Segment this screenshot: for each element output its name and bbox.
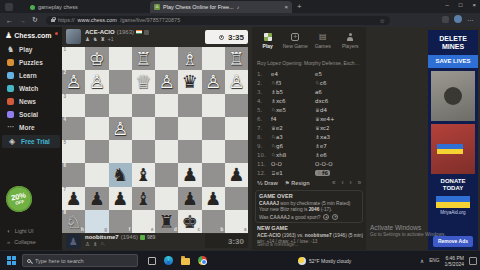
game-over-box: GAME OVER CAAAAJ won by checkmate (5 min… xyxy=(255,190,363,223)
ad-save-lives: SAVE LIVES xyxy=(428,55,478,68)
top-player-badge-icon xyxy=(144,30,149,35)
start-button[interactable] xyxy=(0,256,22,265)
white-move[interactable]: ♕e2 xyxy=(271,125,315,131)
square-b3[interactable] xyxy=(202,94,225,117)
panel-tab-label: Play xyxy=(263,43,273,49)
square-a2[interactable]: ♙ xyxy=(225,70,248,93)
panel-tab-new-game[interactable]: +New Game xyxy=(282,33,310,49)
file-explorer-icon[interactable] xyxy=(181,258,190,265)
ad-org-name: MriyaAid.org xyxy=(428,210,478,215)
square-g2[interactable]: ♙ xyxy=(85,70,108,93)
play-icon xyxy=(264,33,272,41)
browser-tab-bar: gameplay chess ♙ Play Chess Online for F… xyxy=(0,0,480,13)
black-clock: 3:30 xyxy=(205,234,248,248)
black-move[interactable]: dxc6 xyxy=(315,98,359,104)
weather-widget[interactable]: 52°F Mostly cloudy xyxy=(298,257,351,265)
black-piece-a6[interactable]: ♟ xyxy=(225,163,248,186)
square-c7[interactable]: ♟ xyxy=(178,187,201,210)
white-move[interactable]: ♘xh8 xyxy=(271,152,315,158)
black-piece-c7[interactable]: ♟ xyxy=(178,187,201,210)
white-piece-d2[interactable]: ♙ xyxy=(155,70,178,93)
browser-profile-avatar[interactable] xyxy=(454,15,462,23)
move-number: 12. xyxy=(257,170,271,176)
square-d7[interactable] xyxy=(155,187,178,210)
black-move[interactable]: ♗e6 xyxy=(315,152,359,158)
move-row: 8.♘a3♗xa3 xyxy=(257,132,363,141)
black-move[interactable]: ♗xa3 xyxy=(315,134,359,140)
move-row: 9.♘g6♗e7 xyxy=(257,141,363,150)
square-f6[interactable]: ♞ xyxy=(109,163,132,186)
square-a8[interactable]: a xyxy=(225,210,248,233)
rank-label: 3 xyxy=(64,95,67,100)
file-label: g xyxy=(104,228,107,233)
back-button[interactable]: ← xyxy=(6,17,13,24)
square-g5[interactable] xyxy=(85,140,108,163)
square-g4[interactable] xyxy=(85,117,108,140)
black-piece-g7[interactable]: ♟ xyxy=(85,187,108,210)
file-label: e xyxy=(151,228,154,233)
black-piece-d8[interactable]: ♜ xyxy=(155,210,178,233)
resign-button[interactable]: ⚑ Resign xyxy=(285,180,310,186)
sidebar-item-social[interactable]: Social xyxy=(0,108,62,121)
panel-tab-players[interactable]: Players xyxy=(337,33,365,49)
tray-chevron-icon[interactable]: ∧ xyxy=(420,258,424,264)
ad-donate-1: DONATE xyxy=(441,178,466,184)
tab-search-icon[interactable] xyxy=(5,3,13,11)
search-icon xyxy=(27,259,31,263)
sidebar-item-collapse[interactable]: « Collapse xyxy=(7,239,36,245)
browser-toolbar: ← → ↻ https://www.chess.com/game/live/97… xyxy=(0,13,480,27)
top-player-row: ACE-ACIO (1963) ♟ ♞ ♜ +1 xyxy=(66,29,149,44)
social-icon xyxy=(7,111,14,118)
black-move[interactable]: ♘f6 xyxy=(315,170,359,176)
chesscom-logo[interactable]: ♟ Chess.com xyxy=(0,27,62,43)
white-piece-e2[interactable]: ♕ xyxy=(132,70,155,93)
top-player-rating: (1963) xyxy=(117,29,134,35)
forward-button[interactable]: → xyxy=(19,17,26,24)
square-d1[interactable] xyxy=(155,47,178,70)
black-piece-e7[interactable]: ♝ xyxy=(132,187,155,210)
move-number: 3. xyxy=(257,89,271,95)
window-minimize-button[interactable]: – xyxy=(446,2,449,8)
black-move[interactable]: e5 xyxy=(315,71,359,77)
new-game-title: NEW GAME xyxy=(257,225,363,231)
collapse-label: Collapse xyxy=(14,239,35,245)
browser-tab-2-active[interactable]: ♙ Play Chess Online for Free... ♪ × xyxy=(150,1,292,13)
bottom-player-rating: (1946) xyxy=(121,234,138,240)
url-path: /game/live/97857720875 xyxy=(120,17,180,23)
white-move[interactable]: ♖e1 xyxy=(271,170,315,176)
sidebar-item-free-trial[interactable]: ◈ Free Trial xyxy=(2,135,60,148)
square-b8[interactable]: b xyxy=(202,210,225,233)
matchup-line: ACE-ACIO (1963) vs. noobitsme7 (1946) (5… xyxy=(257,233,363,238)
black-move[interactable]: ♕xe4+ xyxy=(315,116,359,122)
white-piece-a1[interactable]: ♖ xyxy=(225,47,248,70)
logo-pawn-icon: ♟ xyxy=(5,31,12,40)
move-number: 8. xyxy=(257,134,271,140)
sidebar-item-play[interactable]: ♞Play xyxy=(0,43,62,56)
browser-menu-icon[interactable]: ⋯ xyxy=(467,16,474,23)
file-label: f xyxy=(129,228,131,233)
tab-close-icon[interactable]: × xyxy=(284,4,288,10)
light-ui-label: Light UI xyxy=(15,228,34,234)
sidebar-item-label: More xyxy=(19,124,35,131)
square-d5[interactable] xyxy=(155,140,178,163)
black-move[interactable]: ♘c6 xyxy=(315,80,359,86)
new-tab-button[interactable]: + xyxy=(297,3,302,11)
square-g3[interactable] xyxy=(85,94,108,117)
game-over-result: CAAAAJ won by checkmate (5 min Rated) xyxy=(259,201,359,206)
square-e2[interactable]: ♕ xyxy=(132,70,155,93)
white-move[interactable]: O-O xyxy=(271,161,315,167)
trial-icon: ◈ xyxy=(9,138,16,145)
black-piece-f6[interactable]: ♞ xyxy=(109,163,132,186)
square-b1[interactable] xyxy=(202,47,225,70)
chesscom-favicon: ♙ xyxy=(154,4,160,10)
panel-tab-label: Games xyxy=(315,43,331,49)
sidebar-item-label: Play xyxy=(19,46,32,53)
bottom-captured-pieces: ♙ ♗ ♘ xyxy=(85,241,106,247)
move-number: 7. xyxy=(257,125,271,131)
rank-label: 1 xyxy=(64,48,67,53)
free-trial-label: Free Trial xyxy=(21,138,50,145)
square-h6[interactable]: 6 xyxy=(62,163,85,186)
watch-icon xyxy=(7,85,14,92)
square-b7[interactable]: ♟ xyxy=(202,187,225,210)
language-indicator[interactable]: ENG xyxy=(429,258,439,263)
black-piece-e6[interactable]: ♝ xyxy=(132,163,155,186)
square-h2[interactable]: 2♙ xyxy=(62,70,85,93)
square-c4[interactable] xyxy=(178,117,201,140)
black-piece-h7[interactable]: ♟ xyxy=(62,187,85,210)
white-move[interactable]: ♗b5 xyxy=(271,89,315,95)
play-icon: ♞ xyxy=(7,46,14,53)
black-clock-time: 3:30 xyxy=(228,237,244,246)
move-row: 4.♗xc6dxc6 xyxy=(257,96,363,105)
move-row: 3.♗b5a6 xyxy=(257,87,363,96)
white-move[interactable]: ♘a3 xyxy=(271,134,315,140)
white-piece-h8[interactable]: ♘ xyxy=(62,210,85,233)
chat-input[interactable]: Send a message... xyxy=(257,241,363,247)
opening-name: Ruy López Opening: Morphy Defense, Excha… xyxy=(257,60,362,66)
edge-icon[interactable] xyxy=(164,256,173,265)
white-piece-g2[interactable]: ♙ xyxy=(85,70,108,93)
new-rating-line: Your new Blitz rating is 2046 (-17). xyxy=(259,207,359,212)
file-label: b xyxy=(221,228,224,233)
panel-tab-label: New Game xyxy=(283,43,308,49)
address-bar[interactable]: https://www.chess.com/game/live/97857720… xyxy=(46,16,390,26)
move-number: 11. xyxy=(257,161,271,167)
square-d2[interactable]: ♙ xyxy=(155,70,178,93)
white-move[interactable]: e4 xyxy=(271,71,315,77)
square-f8[interactable]: f xyxy=(109,210,132,233)
square-h3[interactable]: 3 xyxy=(62,94,85,117)
move-number: 5. xyxy=(257,107,271,113)
sidebar-item-light-ui[interactable]: ◐ Light UI xyxy=(7,228,34,234)
white-piece-g1[interactable]: ♔ xyxy=(85,47,108,70)
white-piece-a2[interactable]: ♙ xyxy=(225,70,248,93)
thumbs-down-icon[interactable]: ▼ xyxy=(332,214,338,220)
search-placeholder: Type here to search xyxy=(35,258,84,264)
black-piece-c8[interactable]: ♚ xyxy=(178,210,201,233)
windows-logo-icon xyxy=(7,256,16,265)
square-e4[interactable] xyxy=(132,117,155,140)
game-over-title: GAME OVER xyxy=(259,193,359,199)
black-piece-c2[interactable]: ♛ xyxy=(178,70,201,93)
flair-count: 989 xyxy=(147,234,155,240)
taskbar-search-input[interactable]: Type here to search xyxy=(22,254,138,267)
half-point-icon: ½ xyxy=(257,180,263,186)
draw-label: Draw xyxy=(264,180,277,186)
sidebar-item-learn[interactable]: Learn xyxy=(0,69,62,82)
clock-icon xyxy=(219,35,224,40)
white-piece-e1[interactable]: ♖ xyxy=(132,47,155,70)
white-piece-f4[interactable]: ♙ xyxy=(109,117,132,140)
weather-text: 52°F Mostly cloudy xyxy=(309,258,351,264)
white-move[interactable]: ♗xc6 xyxy=(271,98,315,104)
top-player-avatar[interactable] xyxy=(66,29,81,44)
white-move[interactable]: ♘xe5 xyxy=(271,107,315,113)
move-number: 4. xyxy=(257,98,271,104)
learn-icon xyxy=(7,72,14,79)
tab1-favicon xyxy=(30,5,35,10)
ad-headline-1: DELETE xyxy=(439,35,467,42)
url-host: www.chess.com xyxy=(78,17,117,23)
task-view-icon[interactable] xyxy=(148,257,156,265)
black-piece-b7[interactable]: ♟ xyxy=(202,187,225,210)
square-a7[interactable] xyxy=(225,187,248,210)
ad-donate-2: TODAY xyxy=(443,185,463,191)
taskbar-clock[interactable]: 6:46 PM 1/5/2024 xyxy=(445,255,464,267)
bottom-player-row: ♟ noobitsme7 (1946) 989 ♙ ♗ ♘ xyxy=(66,234,155,249)
square-f4[interactable]: ♙ xyxy=(109,117,132,140)
ad-volunteers-photo xyxy=(431,124,475,174)
square-g8[interactable]: g xyxy=(85,210,108,233)
puzzles-icon xyxy=(7,59,14,66)
watermark-line2: Go to Settings to activate Windows. xyxy=(370,232,478,237)
square-a1[interactable]: ♖ xyxy=(225,47,248,70)
promo-20-off-sticker[interactable]: 20% OFF xyxy=(4,184,35,215)
square-h1[interactable]: 1 xyxy=(62,47,85,70)
weather-icon xyxy=(298,257,306,265)
square-a4[interactable] xyxy=(225,117,248,140)
move-number: 10. xyxy=(257,152,271,158)
move-row: 5.♘xe5♕d4 xyxy=(257,105,363,114)
move-row: 10.♘xh8♗e6 xyxy=(257,150,363,159)
square-f1[interactable] xyxy=(109,47,132,70)
white-piece-c1[interactable]: ♗ xyxy=(178,47,201,70)
draw-button[interactable]: ½ Draw xyxy=(257,180,278,186)
ad-mine-photo xyxy=(431,71,475,121)
tab1-title: gameplay chess xyxy=(38,4,78,10)
game-panel: Play+New Game▤GamesPlayers Ruy López Ope… xyxy=(252,27,366,250)
square-g1[interactable]: ♔ xyxy=(85,47,108,70)
square-e8[interactable]: e xyxy=(132,210,155,233)
move-number: 2. xyxy=(257,80,271,86)
collapse-icon: « xyxy=(7,239,10,245)
material-advantage: +1 xyxy=(108,36,114,42)
white-move[interactable]: ♘g6 xyxy=(271,143,315,149)
chrome-icon[interactable] xyxy=(198,256,207,265)
panel-tab-play[interactable]: Play xyxy=(254,33,282,49)
remove-ads-button[interactable]: Remove Ads xyxy=(433,236,473,247)
ad-headline-2: MINES xyxy=(442,43,464,50)
taskbar-date: 1/5/2024 xyxy=(445,261,464,267)
sidebar-item-watch[interactable]: Watch xyxy=(0,82,62,95)
square-g6[interactable] xyxy=(85,163,108,186)
move-playback-controls[interactable]: « ‹ › » xyxy=(332,179,363,186)
light-ui-icon: ◐ xyxy=(7,228,11,234)
square-a3[interactable] xyxy=(225,94,248,117)
sidebar-item-label: News xyxy=(19,98,36,105)
square-d4[interactable] xyxy=(155,117,178,140)
ad-banner[interactable]: DELETEMINES SAVE LIVES DONATETODAY Mriya… xyxy=(428,30,478,250)
square-a6[interactable]: ♟ xyxy=(225,163,248,186)
notification-center-icon[interactable] xyxy=(469,257,477,265)
rank-label: 4 xyxy=(64,118,67,123)
watermark-line1: Activate Windows xyxy=(370,224,478,231)
square-c1[interactable]: ♗ xyxy=(178,47,201,70)
resign-label: Resign xyxy=(291,180,309,186)
more-icon: ⋯ xyxy=(7,124,14,131)
top-player-flag-icon xyxy=(136,30,142,34)
white-move[interactable]: f4 xyxy=(271,116,315,122)
square-c5[interactable] xyxy=(178,140,201,163)
bottom-player-avatar[interactable]: ♟ xyxy=(66,234,81,249)
move-number: 1. xyxy=(257,71,271,77)
sidebar-item-more[interactable]: ⋯More xyxy=(0,121,62,134)
screen: gameplay chess ♙ Play Chess Online for F… xyxy=(0,0,480,270)
rank-label: 6 xyxy=(64,164,67,169)
square-h4[interactable]: 4 xyxy=(62,117,85,140)
white-piece-h2[interactable]: ♙ xyxy=(62,70,85,93)
square-g7[interactable]: ♟ xyxy=(85,187,108,210)
square-h5[interactable]: 5 xyxy=(62,140,85,163)
square-e7[interactable]: ♝ xyxy=(132,187,155,210)
ukraine-flag xyxy=(436,196,470,208)
square-c3[interactable] xyxy=(178,94,201,117)
sidebar-item-news[interactable]: News xyxy=(0,95,62,108)
black-move[interactable]: ♕d4 xyxy=(315,107,359,113)
square-e6[interactable]: ♝ xyxy=(132,163,155,186)
thumbs-up-icon[interactable]: ▲ xyxy=(323,214,329,220)
move-row: 1.e4e5 xyxy=(257,69,363,78)
move-row: 11.O-OO-O-O xyxy=(257,159,363,168)
square-d6[interactable] xyxy=(155,163,178,186)
resign-flag-icon: ⚑ xyxy=(285,180,290,186)
rank-label: 5 xyxy=(64,141,67,146)
refresh-button[interactable]: ↻ xyxy=(32,16,38,24)
sidebar-item-label: Puzzles xyxy=(19,59,43,66)
white-piece-b2[interactable]: ♙ xyxy=(202,70,225,93)
square-f3[interactable] xyxy=(109,94,132,117)
square-c6[interactable]: ♟ xyxy=(178,163,201,186)
square-a5[interactable] xyxy=(225,140,248,163)
notification-dot xyxy=(55,32,58,35)
square-h7[interactable]: 7♟ xyxy=(62,187,85,210)
white-clock: 3:35 xyxy=(205,30,248,44)
black-move[interactable]: O-O-O xyxy=(315,161,359,167)
square-e1[interactable]: ♖ xyxy=(132,47,155,70)
sidebar-item-label: Watch xyxy=(19,85,38,92)
square-d3[interactable] xyxy=(155,94,178,117)
players-icon xyxy=(346,33,354,41)
flair-icon xyxy=(140,235,145,240)
square-c2[interactable]: ♛ xyxy=(178,70,201,93)
black-move[interactable]: a6 xyxy=(315,89,359,95)
panel-tab-label: Players xyxy=(342,43,359,49)
square-b5[interactable] xyxy=(202,140,225,163)
white-move[interactable]: ♘f3 xyxy=(271,80,315,86)
sidebar-item-puzzles[interactable]: Puzzles xyxy=(0,56,62,69)
square-b2[interactable]: ♙ xyxy=(202,70,225,93)
top-player-name[interactable]: ACE-ACIO xyxy=(85,29,115,35)
file-label: a xyxy=(244,228,247,233)
panel-tab-games[interactable]: ▤Games xyxy=(309,33,337,49)
black-move[interactable]: ♗e7 xyxy=(315,143,359,149)
move-list[interactable]: 1.e4e52.♘f3♘c63.♗b5a64.♗xc6dxc65.♘xe5♕d4… xyxy=(257,69,363,177)
move-number: 9. xyxy=(257,143,271,149)
square-e5[interactable] xyxy=(132,140,155,163)
top-captured-pieces: ♟ ♞ ♜ xyxy=(85,36,106,42)
chess-board[interactable]: 1♔♖♗♖2♙♙♕♙♛♙♙34♙56♞♝♟♟7♟♟♟♝♟♟8h♘gfed♜c♚b… xyxy=(62,47,248,233)
browser-tab-1[interactable]: gameplay chess xyxy=(26,1,144,13)
square-b6[interactable] xyxy=(202,163,225,186)
chesscom-sidebar: ♟ Chess.com ♞PlayPuzzlesLearnWatchNewsSo… xyxy=(0,27,62,250)
new-game-icon: + xyxy=(291,33,299,41)
square-c8[interactable]: c♚ xyxy=(178,210,201,233)
window-maximize-button[interactable]: □ xyxy=(459,2,463,8)
square-e3[interactable] xyxy=(132,94,155,117)
black-move[interactable]: ♕xc2 xyxy=(315,125,359,131)
move-row: 2.♘f3♘c6 xyxy=(257,78,363,87)
move-number: 6. xyxy=(257,116,271,122)
square-f5[interactable] xyxy=(109,140,132,163)
news-icon xyxy=(7,98,14,105)
bottom-player-name[interactable]: noobitsme7 xyxy=(85,234,119,240)
square-b4[interactable] xyxy=(202,117,225,140)
lock-icon xyxy=(51,19,55,22)
good-sport-row: Was CAAAAJ a good sport? ▲ ▼ xyxy=(259,214,359,220)
url-scheme: https:// xyxy=(58,17,75,23)
sidebar-item-label: Social xyxy=(19,111,38,118)
taskbar: Type here to search 52°F Mostly cloudy ∧… xyxy=(0,250,480,270)
promo-off: OFF xyxy=(15,199,25,206)
window-close-button[interactable]: × xyxy=(472,2,476,8)
move-row: 12.♖e1♘f6 xyxy=(257,168,363,177)
black-piece-f7[interactable]: ♟ xyxy=(109,187,132,210)
square-h8[interactable]: 8h♘ xyxy=(62,210,85,233)
square-f7[interactable]: ♟ xyxy=(109,187,132,210)
games-icon: ▤ xyxy=(319,33,327,41)
tab2-title: Play Chess Online for Free... xyxy=(163,4,234,10)
square-f2[interactable] xyxy=(109,70,132,93)
activate-windows-watermark: Activate Windows Go to Settings to activ… xyxy=(370,224,478,237)
bookmark-star-icon[interactable]: ☆ xyxy=(380,17,385,24)
logo-wordmark: Chess.com xyxy=(14,32,51,39)
black-piece-c6[interactable]: ♟ xyxy=(178,163,201,186)
current-move[interactable]: ♘f6 xyxy=(315,170,330,176)
white-clock-time: 3:35 xyxy=(228,33,244,42)
move-row: 7.♕e2♕xc2 xyxy=(257,123,363,132)
extensions-icon[interactable] xyxy=(442,16,449,23)
square-d8[interactable]: d♜ xyxy=(155,210,178,233)
tab-audio-icon[interactable]: ♪ xyxy=(237,4,240,10)
move-row: 6.f4♕xe4+ xyxy=(257,114,363,123)
sidebar-item-label: Learn xyxy=(19,72,37,79)
